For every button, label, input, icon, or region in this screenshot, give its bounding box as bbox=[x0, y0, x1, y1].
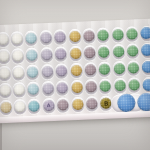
pill-gray-lavender bbox=[42, 83, 53, 94]
blister-pack: AB bbox=[0, 19, 150, 123]
pill-gray-lavender bbox=[41, 66, 52, 77]
pill-white bbox=[13, 67, 24, 78]
pill-gray-lavender bbox=[41, 49, 52, 60]
pill-green bbox=[114, 80, 125, 91]
pill-gold bbox=[70, 65, 81, 76]
pill-lavender bbox=[55, 48, 66, 59]
pill-gold bbox=[71, 82, 82, 93]
pill-green bbox=[113, 46, 124, 57]
pill-white bbox=[0, 68, 10, 79]
pill-gold bbox=[69, 30, 80, 41]
pill-imprint-B: B bbox=[104, 100, 109, 106]
pill-mauve bbox=[85, 64, 96, 75]
pill-green bbox=[113, 63, 124, 74]
pill-white bbox=[11, 33, 22, 44]
pill-mauve bbox=[83, 30, 94, 41]
pill-white bbox=[12, 50, 23, 61]
pill-lavender bbox=[54, 31, 65, 42]
pill-blue bbox=[142, 78, 150, 90]
pill-gold bbox=[70, 47, 81, 58]
photo-pill-blister-pack: AB Overhead photograph of a clear plasti… bbox=[0, 0, 150, 150]
pill-imprint-A: A bbox=[47, 103, 51, 108]
pill-gray-lavender bbox=[40, 31, 51, 42]
pill-green bbox=[112, 28, 123, 39]
pill-large-blue bbox=[137, 92, 150, 111]
pill-blue bbox=[141, 44, 150, 56]
pill-mauve bbox=[84, 47, 95, 58]
pill-white bbox=[0, 85, 11, 96]
pill-white bbox=[0, 33, 8, 44]
pill-green bbox=[126, 28, 137, 39]
pill-white bbox=[0, 50, 9, 61]
pill-blue bbox=[140, 27, 150, 39]
pill-green bbox=[127, 45, 138, 56]
